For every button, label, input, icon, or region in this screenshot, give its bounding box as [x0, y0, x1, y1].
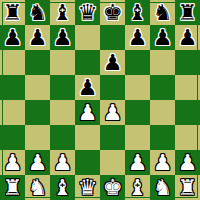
square-h2[interactable]: ♟: [175, 150, 200, 175]
piece-black-pawn[interactable]: ♟: [78, 75, 98, 100]
square-f6[interactable]: [125, 50, 150, 75]
piece-white-knight[interactable]: ♞: [28, 175, 48, 200]
square-f4[interactable]: [125, 100, 150, 125]
square-f7[interactable]: ♟: [125, 25, 150, 50]
square-a1[interactable]: ♜: [0, 175, 25, 200]
square-d1[interactable]: ♛: [75, 175, 100, 200]
piece-white-king[interactable]: ♚: [103, 175, 123, 200]
square-h3[interactable]: [175, 125, 200, 150]
piece-black-king[interactable]: ♚: [103, 0, 123, 25]
square-e2[interactable]: [100, 150, 125, 175]
square-g1[interactable]: ♞: [150, 175, 175, 200]
piece-white-pawn[interactable]: ♟: [28, 150, 48, 175]
piece-white-pawn[interactable]: ♟: [3, 150, 23, 175]
square-d6[interactable]: [75, 50, 100, 75]
square-d8[interactable]: ♛: [75, 0, 100, 25]
chess-board: ♜♞♝♛♚♝♞♜♟♟♟♟♟♟♟♟♟♟♟♟♟♟♟♟♜♞♝♛♚♝♞♜: [0, 0, 200, 200]
square-g3[interactable]: [150, 125, 175, 150]
piece-white-bishop[interactable]: ♝: [53, 175, 73, 200]
piece-white-bishop[interactable]: ♝: [128, 175, 148, 200]
square-h5[interactable]: [175, 75, 200, 100]
square-f1[interactable]: ♝: [125, 175, 150, 200]
piece-black-pawn[interactable]: ♟: [53, 25, 73, 50]
square-g8[interactable]: ♞: [150, 0, 175, 25]
square-d4[interactable]: ♟: [75, 100, 100, 125]
square-a7[interactable]: ♟: [0, 25, 25, 50]
square-e1[interactable]: ♚: [100, 175, 125, 200]
piece-white-pawn[interactable]: ♟: [178, 150, 198, 175]
chess-board-wrapper: ♜♞♝♛♚♝♞♜♟♟♟♟♟♟♟♟♟♟♟♟♟♟♟♟♜♞♝♛♚♝♞♜: [0, 0, 200, 200]
square-a3[interactable]: [0, 125, 25, 150]
piece-white-pawn[interactable]: ♟: [153, 150, 173, 175]
piece-white-pawn[interactable]: ♟: [103, 100, 123, 125]
piece-black-pawn[interactable]: ♟: [3, 25, 23, 50]
square-d3[interactable]: [75, 125, 100, 150]
square-e4[interactable]: ♟: [100, 100, 125, 125]
piece-white-queen[interactable]: ♛: [78, 175, 98, 200]
square-g4[interactable]: [150, 100, 175, 125]
square-f2[interactable]: ♟: [125, 150, 150, 175]
square-b2[interactable]: ♟: [25, 150, 50, 175]
square-h4[interactable]: [175, 100, 200, 125]
square-c4[interactable]: [50, 100, 75, 125]
square-b4[interactable]: [25, 100, 50, 125]
square-c1[interactable]: ♝: [50, 175, 75, 200]
piece-black-pawn[interactable]: ♟: [103, 50, 123, 75]
piece-white-pawn[interactable]: ♟: [128, 150, 148, 175]
piece-black-bishop[interactable]: ♝: [53, 0, 73, 25]
square-e5[interactable]: [100, 75, 125, 100]
square-a8[interactable]: ♜: [0, 0, 25, 25]
piece-black-knight[interactable]: ♞: [153, 0, 173, 25]
square-c6[interactable]: [50, 50, 75, 75]
square-b6[interactable]: [25, 50, 50, 75]
square-c5[interactable]: [50, 75, 75, 100]
square-c7[interactable]: ♟: [50, 25, 75, 50]
square-b1[interactable]: ♞: [25, 175, 50, 200]
piece-white-rook[interactable]: ♜: [178, 175, 198, 200]
piece-white-pawn[interactable]: ♟: [53, 150, 73, 175]
square-g2[interactable]: ♟: [150, 150, 175, 175]
piece-black-queen[interactable]: ♛: [78, 0, 98, 25]
square-c8[interactable]: ♝: [50, 0, 75, 25]
square-d7[interactable]: [75, 25, 100, 50]
piece-black-pawn[interactable]: ♟: [178, 25, 198, 50]
piece-black-rook[interactable]: ♜: [178, 0, 198, 25]
square-e6[interactable]: ♟: [100, 50, 125, 75]
square-h7[interactable]: ♟: [175, 25, 200, 50]
square-f3[interactable]: [125, 125, 150, 150]
square-a6[interactable]: [0, 50, 25, 75]
piece-black-bishop[interactable]: ♝: [128, 0, 148, 25]
square-g6[interactable]: [150, 50, 175, 75]
square-h8[interactable]: ♜: [175, 0, 200, 25]
piece-black-rook[interactable]: ♜: [3, 0, 23, 25]
square-c2[interactable]: ♟: [50, 150, 75, 175]
square-f8[interactable]: ♝: [125, 0, 150, 25]
piece-white-pawn[interactable]: ♟: [78, 100, 98, 125]
square-h1[interactable]: ♜: [175, 175, 200, 200]
piece-black-knight[interactable]: ♞: [28, 0, 48, 25]
square-d2[interactable]: [75, 150, 100, 175]
square-b5[interactable]: [25, 75, 50, 100]
piece-black-pawn[interactable]: ♟: [153, 25, 173, 50]
square-c3[interactable]: [50, 125, 75, 150]
piece-black-pawn[interactable]: ♟: [28, 25, 48, 50]
square-b3[interactable]: [25, 125, 50, 150]
square-a2[interactable]: ♟: [0, 150, 25, 175]
square-b8[interactable]: ♞: [25, 0, 50, 25]
piece-black-pawn[interactable]: ♟: [128, 25, 148, 50]
square-e3[interactable]: [100, 125, 125, 150]
piece-white-rook[interactable]: ♜: [3, 175, 23, 200]
square-f5[interactable]: [125, 75, 150, 100]
square-d5[interactable]: ♟: [75, 75, 100, 100]
square-a5[interactable]: [0, 75, 25, 100]
square-e7[interactable]: [100, 25, 125, 50]
square-b7[interactable]: ♟: [25, 25, 50, 50]
square-a4[interactable]: [0, 100, 25, 125]
square-g5[interactable]: [150, 75, 175, 100]
piece-white-knight[interactable]: ♞: [153, 175, 173, 200]
square-e8[interactable]: ♚: [100, 0, 125, 25]
square-g7[interactable]: ♟: [150, 25, 175, 50]
square-h6[interactable]: [175, 50, 200, 75]
